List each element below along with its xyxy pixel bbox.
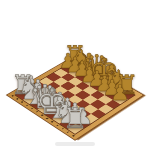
watermark	[55, 142, 95, 146]
border-dot	[56, 125, 58, 127]
border-dot	[26, 105, 28, 106]
border-dot	[67, 131, 69, 133]
border-dot	[46, 118, 48, 119]
border-dot	[11, 95, 13, 96]
border-dot	[36, 111, 38, 112]
border-dot	[61, 128, 63, 130]
border-dot	[31, 108, 33, 109]
border-dot	[51, 121, 53, 123]
border-dot	[41, 114, 43, 115]
border-dot	[16, 98, 18, 99]
photo-scene[interactable]: ♜♞♝♛♚♝♞♜♟♟♟♟♟♟♟♟♟♟♟♟♟♟♟♟♜♞♝♛♚♝♞♜	[0, 0, 150, 150]
border-dot	[72, 135, 74, 137]
chess-board	[7, 56, 143, 140]
board-grid	[16, 60, 135, 133]
board-perspective-wrap	[7, 56, 143, 140]
border-dot	[21, 101, 23, 102]
